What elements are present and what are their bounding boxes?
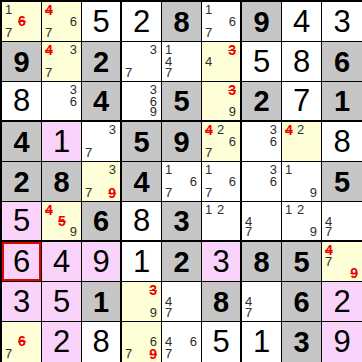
- cell-r7c1[interactable]: 6: [2, 242, 42, 282]
- given-digit: 1: [334, 83, 350, 119]
- candidate-7: 7: [245, 307, 252, 319]
- cell-r4c3[interactable]: 37: [82, 122, 122, 162]
- solved-digit: 8: [333, 124, 350, 160]
- candidate-2: 2: [297, 124, 304, 136]
- candidate-7: 7: [325, 256, 332, 268]
- eliminated-candidate-5: 5: [58, 215, 66, 227]
- solved-digit: 3: [212, 244, 229, 280]
- candidate-7: 7: [125, 348, 132, 360]
- given-digit: 8: [53, 164, 69, 200]
- eliminated-candidate-3: 3: [228, 84, 236, 96]
- candidate-1: 1: [205, 204, 212, 216]
- candidate-2: 2: [297, 204, 304, 216]
- candidate-7: 7: [45, 67, 52, 79]
- cell-r9c5[interactable]: 467: [162, 322, 202, 362]
- cell-r1c5[interactable]: 8: [162, 2, 202, 42]
- solved-digit: 5: [53, 284, 70, 320]
- candidate-9: 9: [70, 226, 77, 238]
- candidate-7: 7: [5, 348, 12, 360]
- candidate-1: 1: [5, 4, 12, 16]
- cell-r3c6[interactable]: 39: [202, 82, 242, 122]
- candidate-6: 6: [229, 176, 236, 188]
- cell-r8c6[interactable]: 8: [202, 282, 242, 322]
- candidate-7: 7: [245, 226, 252, 238]
- given-digit: 2: [173, 244, 189, 280]
- cell-r1c9[interactable]: 3: [322, 2, 362, 42]
- candidate-1: 1: [165, 164, 172, 176]
- candidate-3: 3: [109, 124, 116, 136]
- candidate-7: 7: [45, 27, 52, 39]
- given-digit: 6: [93, 203, 109, 239]
- cell-r4c1[interactable]: 4: [2, 122, 42, 162]
- candidate-9: 9: [310, 226, 317, 238]
- candidate-3: 3: [109, 164, 116, 176]
- cell-r5c5[interactable]: 167: [162, 162, 202, 202]
- solved-digit: 1: [133, 244, 150, 280]
- sudoku-board: 1674675281679439437237147345868364369539…: [0, 0, 362, 362]
- solved-digit: 8: [13, 83, 30, 119]
- cell-r8c9[interactable]: 2: [322, 282, 362, 322]
- solved-digit: 2: [333, 284, 350, 320]
- cell-r2c7[interactable]: 5: [242, 42, 282, 82]
- cell-r9c6[interactable]: 5: [202, 322, 242, 362]
- cell-r8c7[interactable]: 47: [242, 282, 282, 322]
- candidate-6: 6: [70, 16, 77, 28]
- candidate-6: 6: [190, 336, 197, 348]
- given-digit: 6: [293, 284, 309, 320]
- given-digit: 6: [334, 44, 350, 80]
- candidate-7: 7: [205, 27, 212, 39]
- cell-r3c3[interactable]: 4: [82, 82, 122, 122]
- cell-r3c8[interactable]: 7: [282, 82, 322, 122]
- given-digit: 1: [93, 284, 109, 320]
- cell-r9c8[interactable]: 3: [282, 322, 322, 362]
- candidate-3: 3: [70, 44, 77, 56]
- candidate-2: 2: [217, 204, 224, 216]
- cell-r3c9[interactable]: 1: [322, 82, 362, 122]
- cell-r6c7[interactable]: 47: [242, 202, 282, 242]
- candidate-7: 7: [325, 226, 332, 238]
- cell-r6c1[interactable]: 5: [2, 202, 42, 242]
- cell-r2c5[interactable]: 147: [162, 42, 202, 82]
- cell-r4c4[interactable]: 5: [122, 122, 162, 162]
- cell-r8c3[interactable]: 1: [82, 282, 122, 322]
- cell-r7c8[interactable]: 5: [282, 242, 322, 282]
- candidate-7: 7: [85, 187, 92, 199]
- cell-r2c8[interactable]: 8: [282, 42, 322, 82]
- cell-r3c1[interactable]: 8: [2, 82, 42, 122]
- candidate-6: 6: [190, 176, 197, 188]
- solved-digit: 3: [13, 284, 30, 320]
- eliminated-candidate-4: 4: [285, 124, 293, 136]
- given-digit: 9: [253, 4, 269, 40]
- candidate-1: 1: [205, 164, 212, 176]
- solved-digit: 5: [92, 4, 109, 40]
- cell-r5c4[interactable]: 4: [122, 162, 162, 202]
- given-digit: 8: [173, 4, 189, 40]
- solved-digit: 3: [333, 4, 350, 40]
- eliminated-candidate-3: 3: [149, 284, 157, 296]
- solved-digit: 1: [253, 324, 270, 360]
- cell-r1c6[interactable]: 167: [202, 2, 242, 42]
- solved-digit: 9: [333, 324, 350, 360]
- cell-r7c5[interactable]: 2: [162, 242, 202, 282]
- cell-r7c4[interactable]: 1: [122, 242, 162, 282]
- cell-r4c8[interactable]: 42: [282, 122, 322, 162]
- cell-r8c4[interactable]: 39: [122, 282, 162, 322]
- cell-r6c9[interactable]: 47: [322, 202, 362, 242]
- solved-digit: 5: [212, 324, 229, 360]
- eliminated-candidate-3: 3: [228, 44, 236, 56]
- solved-digit: 8: [92, 324, 109, 360]
- cell-r5c3[interactable]: 379: [82, 162, 122, 202]
- eliminated-candidate-4: 4: [45, 44, 53, 56]
- solved-digit: 5: [253, 44, 270, 80]
- cell-r3c7[interactable]: 2: [242, 82, 282, 122]
- eliminated-candidate-4: 4: [205, 124, 213, 136]
- cell-r2c4[interactable]: 37: [122, 42, 162, 82]
- eliminated-candidate-9: 9: [350, 267, 358, 279]
- cell-r9c4[interactable]: 679: [122, 322, 162, 362]
- candidate-2: 2: [217, 124, 224, 136]
- cell-r5c7[interactable]: 36: [242, 162, 282, 202]
- cell-r1c4[interactable]: 2: [122, 2, 162, 42]
- candidate-9: 9: [150, 307, 157, 319]
- cell-r4c2[interactable]: 1: [42, 122, 82, 162]
- solved-digit: 4: [293, 4, 310, 40]
- solved-digit: 9: [92, 244, 109, 280]
- cell-r8c2[interactable]: 5: [42, 282, 82, 322]
- cell-r5c6[interactable]: 167: [202, 162, 242, 202]
- candidate-6: 6: [229, 16, 236, 28]
- candidate-7: 7: [5, 27, 12, 39]
- cell-r6c6[interactable]: 12: [202, 202, 242, 242]
- cell-r6c4[interactable]: 8: [122, 202, 162, 242]
- cell-r7c9[interactable]: 479: [322, 242, 362, 282]
- cell-r8c1[interactable]: 3: [2, 282, 42, 322]
- cell-r2c1[interactable]: 9: [2, 42, 42, 82]
- cell-r4c9[interactable]: 8: [322, 122, 362, 162]
- given-digit: 4: [93, 83, 109, 119]
- candidate-7: 7: [165, 307, 172, 319]
- given-digit: 4: [13, 124, 29, 160]
- given-digit: 2: [93, 44, 109, 80]
- given-digit: 3: [173, 203, 189, 239]
- cell-r6c5[interactable]: 3: [162, 202, 202, 242]
- cell-r5c8[interactable]: 19: [282, 162, 322, 202]
- cell-r9c3[interactable]: 8: [82, 322, 122, 362]
- cell-r2c9[interactable]: 6: [322, 42, 362, 82]
- candidate-7: 7: [125, 67, 132, 79]
- cell-r1c1[interactable]: 167: [2, 2, 42, 42]
- given-digit: 2: [13, 164, 29, 200]
- candidate-9: 9: [150, 106, 157, 118]
- cell-r5c1[interactable]: 2: [2, 162, 42, 202]
- cell-r8c5[interactable]: 47: [162, 282, 202, 322]
- candidate-6: 6: [270, 136, 277, 148]
- cell-r7c2[interactable]: 4: [42, 242, 82, 282]
- cell-r9c7[interactable]: 1: [242, 322, 282, 362]
- cell-r4c6[interactable]: 4267: [202, 122, 242, 162]
- cell-r2c2[interactable]: 437: [42, 42, 82, 82]
- cell-r6c3[interactable]: 6: [82, 202, 122, 242]
- given-digit: 9: [173, 124, 189, 160]
- solved-digit: 7: [293, 83, 310, 119]
- cell-r9c1[interactable]: 67: [2, 322, 42, 362]
- candidate-7: 7: [165, 348, 172, 360]
- cell-r8c8[interactable]: 6: [282, 282, 322, 322]
- given-digit: 8: [253, 244, 269, 280]
- candidate-9: 9: [229, 106, 236, 118]
- cell-r6c2[interactable]: 459: [42, 202, 82, 242]
- given-digit: 2: [253, 83, 269, 119]
- cell-r1c8[interactable]: 4: [282, 2, 322, 42]
- candidate-1: 1: [205, 4, 212, 16]
- candidate-6: 6: [229, 136, 236, 148]
- given-digit: 4: [133, 164, 149, 200]
- candidate-9: 9: [310, 187, 317, 199]
- cell-r2c3[interactable]: 2: [82, 42, 122, 82]
- eliminated-candidate-6: 6: [18, 335, 26, 347]
- solved-digit: 8: [133, 203, 150, 239]
- cell-r4c7[interactable]: 36: [242, 122, 282, 162]
- eliminated-candidate-9: 9: [108, 187, 116, 199]
- cell-r7c7[interactable]: 8: [242, 242, 282, 282]
- candidate-7: 7: [85, 147, 92, 159]
- candidate-7: 7: [205, 147, 212, 159]
- candidate-7: 7: [165, 187, 172, 199]
- candidate-7: 7: [205, 187, 212, 199]
- candidate-1: 1: [285, 204, 292, 216]
- cell-r1c7[interactable]: 9: [242, 2, 282, 42]
- solved-digit: 1: [53, 124, 70, 160]
- candidate-6: 6: [70, 96, 77, 108]
- given-digit: 5: [334, 164, 350, 200]
- solved-digit: 6: [13, 244, 30, 280]
- cell-r3c2[interactable]: 36: [42, 82, 82, 122]
- eliminated-candidate-9: 9: [149, 348, 157, 360]
- given-digit: 5: [173, 83, 189, 119]
- cell-r2c6[interactable]: 34: [202, 42, 242, 82]
- solved-digit: 2: [53, 324, 70, 360]
- candidate-4: 4: [205, 56, 212, 68]
- cell-r3c5[interactable]: 5: [162, 82, 202, 122]
- cell-r6c8[interactable]: 129: [282, 202, 322, 242]
- cell-r9c2[interactable]: 2: [42, 322, 82, 362]
- candidate-7: 7: [165, 67, 172, 79]
- cell-r5c2[interactable]: 8: [42, 162, 82, 202]
- solved-digit: 8: [293, 44, 310, 80]
- eliminated-candidate-4: 4: [45, 204, 53, 216]
- given-digit: 5: [133, 124, 149, 160]
- given-digit: 5: [293, 244, 309, 280]
- given-digit: 8: [213, 284, 229, 320]
- cell-r1c2[interactable]: 467: [42, 2, 82, 42]
- cell-r7c3[interactable]: 9: [82, 242, 122, 282]
- candidate-1: 1: [285, 164, 292, 176]
- solved-digit: 4: [53, 244, 70, 280]
- cell-r1c3[interactable]: 5: [82, 2, 122, 42]
- eliminated-candidate-6: 6: [18, 15, 26, 27]
- given-digit: 9: [13, 44, 29, 80]
- cell-r4c5[interactable]: 9: [162, 122, 202, 162]
- eliminated-candidate-4: 4: [45, 4, 53, 16]
- cell-r3c4[interactable]: 369: [122, 82, 162, 122]
- solved-digit: 5: [13, 203, 30, 239]
- cell-r9c9[interactable]: 9: [322, 322, 362, 362]
- given-digit: 3: [293, 324, 309, 360]
- candidate-3: 3: [150, 44, 157, 56]
- cell-r5c9[interactable]: 5: [322, 162, 362, 202]
- candidate-6: 6: [270, 176, 277, 188]
- solved-digit: 2: [133, 4, 150, 40]
- cell-r7c6[interactable]: 3: [202, 242, 242, 282]
